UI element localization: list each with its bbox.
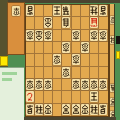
square-r5-c4[interactable] (53, 54, 62, 66)
square-r7-c4[interactable] (53, 79, 62, 91)
square-r2-c2[interactable] (35, 17, 44, 29)
hand-piece-fu[interactable] (12, 6, 20, 16)
move-list-panel[interactable] (0, 67, 24, 120)
sente-captured-pieces-tray[interactable] (109, 4, 115, 117)
square-r6-c9[interactable] (99, 67, 108, 79)
piece-sente-fu[interactable] (26, 79, 34, 90)
piece-gote-fu[interactable] (99, 30, 107, 41)
square-r4-c9[interactable] (99, 42, 108, 54)
square-r8-c2[interactable] (35, 91, 44, 103)
square-r7-c7[interactable] (81, 79, 90, 91)
square-r9-c9[interactable] (99, 104, 108, 116)
square-r6-c2[interactable] (35, 67, 44, 79)
piece-sente-kyo[interactable] (26, 104, 34, 115)
square-r4-c3[interactable] (44, 42, 53, 54)
piece-sente-kei[interactable] (90, 104, 98, 115)
square-r5-c3[interactable] (44, 54, 53, 66)
square-r7-c1[interactable] (26, 79, 35, 91)
shogi-app-window (0, 0, 120, 120)
square-r5-c6[interactable] (72, 54, 81, 66)
square-r8-c5[interactable] (62, 91, 71, 103)
piece-sente-ou[interactable] (90, 91, 98, 102)
hand-piece-kin[interactable] (110, 111, 115, 117)
square-r9-c7[interactable] (81, 104, 90, 116)
shogi-board[interactable] (25, 4, 109, 117)
piece-sente-gin[interactable] (81, 104, 89, 115)
square-r4-c1[interactable] (26, 42, 35, 54)
move-list-entry (2, 78, 12, 81)
piece-sente-fu[interactable] (99, 79, 107, 90)
square-r5-c9[interactable] (99, 54, 108, 66)
piece-sente-fu[interactable] (72, 79, 80, 90)
piece-gote-fu[interactable] (44, 30, 52, 41)
square-r5-c8[interactable] (90, 54, 99, 66)
move-list-entry (2, 72, 17, 75)
piece-sente-fu[interactable] (90, 79, 98, 90)
square-r2-c5[interactable] (62, 17, 71, 29)
piece-gote-kei[interactable] (90, 5, 98, 16)
square-r6-c3[interactable] (44, 67, 53, 79)
piece-gote-hisha[interactable] (62, 5, 70, 16)
piece-gote-gin[interactable] (44, 17, 52, 28)
square-r6-c7[interactable] (81, 67, 90, 79)
square-r8-c7[interactable] (81, 91, 90, 103)
square-r5-c7[interactable] (81, 54, 90, 66)
square-r9-c3[interactable] (44, 104, 53, 116)
piece-gote-fu[interactable] (62, 42, 70, 53)
square-r2-c8[interactable] (90, 17, 99, 29)
square-r2-c3[interactable] (44, 17, 53, 29)
square-r9-c8[interactable] (90, 104, 99, 116)
piece-sente-fu[interactable] (35, 79, 43, 90)
square-r7-c8[interactable] (90, 79, 99, 91)
square-r8-c4[interactable] (53, 91, 62, 103)
piece-sente-gin[interactable] (44, 104, 52, 115)
square-r1-c6[interactable] (72, 5, 81, 17)
square-r1-c5[interactable] (62, 5, 71, 17)
square-r4-c2[interactable] (35, 42, 44, 54)
square-r2-c6[interactable] (72, 17, 81, 29)
piece-sente-uma[interactable] (90, 17, 98, 28)
square-r3-c2[interactable] (35, 30, 44, 42)
square-r7-c6[interactable] (72, 79, 81, 91)
piece-sente-kei[interactable] (35, 104, 43, 115)
board-bottom-frame (23, 117, 116, 120)
square-r1-c8[interactable] (90, 5, 99, 17)
piece-gote-gin[interactable] (35, 30, 43, 41)
sente-turn-indicator (116, 51, 120, 59)
piece-sente-kin[interactable] (62, 104, 70, 115)
square-r9-c2[interactable] (35, 104, 44, 116)
piece-gote-fu[interactable] (26, 30, 34, 41)
square-r6-c4[interactable] (53, 67, 62, 79)
square-r9-c4[interactable] (53, 104, 62, 116)
square-r8-c9[interactable] (99, 91, 108, 103)
square-r9-c5[interactable] (62, 104, 71, 116)
piece-sente-kyo[interactable] (99, 104, 107, 115)
piece-gote-kyo[interactable] (99, 5, 107, 16)
square-r9-c6[interactable] (72, 104, 81, 116)
piece-sente-fu[interactable] (81, 79, 89, 90)
square-r7-c5[interactable] (62, 79, 71, 91)
square-r7-c2[interactable] (35, 79, 44, 91)
hand-piece-fu[interactable] (110, 16, 115, 24)
piece-gote-ou[interactable] (53, 5, 61, 16)
square-r5-c1[interactable] (26, 54, 35, 66)
piece-sente-fu[interactable] (62, 67, 70, 78)
hand-piece-kin[interactable] (110, 98, 115, 106)
piece-gote-kyo[interactable] (26, 5, 34, 16)
square-r2-c1[interactable] (26, 17, 35, 29)
window-control-fragment (116, 36, 120, 44)
square-r8-c6[interactable] (72, 91, 81, 103)
piece-gote-tokin[interactable] (26, 91, 34, 102)
square-r2-c9[interactable] (99, 17, 108, 29)
piece-gote-fu[interactable] (72, 54, 80, 65)
square-r5-c5[interactable] (62, 54, 71, 66)
square-r8-c8[interactable] (90, 91, 99, 103)
gote-captured-pieces-panel (7, 2, 25, 55)
square-r3-c7[interactable] (81, 30, 90, 42)
square-r2-c7[interactable] (81, 17, 90, 29)
square-r3-c5[interactable] (62, 30, 71, 42)
square-r6-c8[interactable] (90, 67, 99, 79)
piece-gote-kaku[interactable] (62, 17, 70, 28)
square-r1-c9[interactable] (99, 5, 108, 17)
square-r3-c1[interactable] (26, 30, 35, 42)
square-r4-c8[interactable] (90, 42, 99, 54)
hand-piece-kei[interactable] (110, 36, 115, 44)
square-r4-c7[interactable] (81, 42, 90, 54)
piece-gote-fu[interactable] (81, 42, 89, 53)
hand-piece-hisha[interactable] (110, 84, 115, 92)
square-r4-c6[interactable] (72, 42, 81, 54)
piece-sente-kin[interactable] (72, 104, 80, 115)
square-r1-c2[interactable] (35, 5, 44, 17)
square-r3-c3[interactable] (44, 30, 53, 42)
square-r4-c5[interactable] (62, 42, 71, 54)
square-r8-c1[interactable] (26, 91, 35, 103)
square-r8-c3[interactable] (44, 91, 53, 103)
square-r3-c8[interactable] (90, 30, 99, 42)
square-r5-c2[interactable] (35, 54, 44, 66)
square-r1-c3[interactable] (44, 5, 53, 17)
piece-sente-fu[interactable] (53, 54, 61, 65)
square-r1-c1[interactable] (26, 5, 35, 17)
gote-turn-indicator (0, 56, 8, 66)
square-r3-c9[interactable] (99, 30, 108, 42)
square-r7-c3[interactable] (44, 79, 53, 91)
square-r3-c6[interactable] (72, 30, 81, 42)
piece-gote-fu[interactable] (72, 30, 80, 41)
square-r6-c6[interactable] (72, 67, 81, 79)
square-r6-c5[interactable] (62, 67, 71, 79)
square-r3-c4[interactable] (53, 30, 62, 42)
piece-gote-fu[interactable] (90, 30, 98, 41)
piece-sente-fu[interactable] (44, 79, 52, 90)
square-r1-c7[interactable] (81, 5, 90, 17)
square-r6-c1[interactable] (26, 67, 35, 79)
square-r7-c9[interactable] (99, 79, 108, 91)
square-r9-c1[interactable] (26, 104, 35, 116)
